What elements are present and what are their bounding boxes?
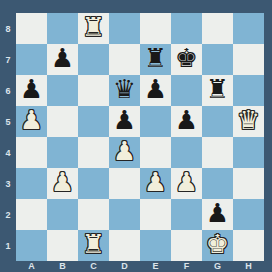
square-c4[interactable]: [78, 137, 109, 168]
square-e4[interactable]: [140, 137, 171, 168]
piece-black-queen-d6[interactable]: ♛: [113, 74, 136, 105]
square-g4[interactable]: [202, 137, 233, 168]
rank-label-7: 7: [0, 44, 16, 75]
square-a6[interactable]: ♟: [16, 75, 47, 106]
square-g8[interactable]: [202, 13, 233, 44]
square-f8[interactable]: [171, 13, 202, 44]
square-d4[interactable]: ♟: [109, 137, 140, 168]
rank-label-1: 1: [0, 230, 16, 261]
file-label-a: A: [16, 260, 47, 272]
square-d1[interactable]: [109, 230, 140, 261]
square-e7[interactable]: ♜: [140, 44, 171, 75]
piece-black-pawn-a6[interactable]: ♟: [20, 74, 43, 105]
file-label-e: E: [140, 260, 171, 272]
piece-white-rook-c1[interactable]: ♜: [82, 229, 105, 260]
piece-white-pawn-a5[interactable]: ♟: [20, 105, 43, 136]
piece-black-king-f7[interactable]: ♚: [175, 43, 198, 74]
piece-white-king-g1[interactable]: ♚: [206, 229, 229, 260]
rank-label-4: 4: [0, 137, 16, 168]
square-c6[interactable]: [78, 75, 109, 106]
piece-white-pawn-b3[interactable]: ♟: [51, 167, 74, 198]
square-g1[interactable]: ♚: [202, 230, 233, 261]
piece-white-pawn-e3[interactable]: ♟: [144, 167, 167, 198]
chess-board: ♜♟♜♚♟♛♟♜♟♟♟♛♟♟♟♟♟♜♚: [16, 13, 264, 261]
file-label-c: C: [78, 260, 109, 272]
square-g7[interactable]: [202, 44, 233, 75]
square-d2[interactable]: [109, 199, 140, 230]
square-c8[interactable]: ♜: [78, 13, 109, 44]
square-e2[interactable]: [140, 199, 171, 230]
square-h2[interactable]: [233, 199, 264, 230]
piece-black-pawn-f5[interactable]: ♟: [175, 105, 198, 136]
rank-label-5: 5: [0, 106, 16, 137]
square-d8[interactable]: [109, 13, 140, 44]
square-c1[interactable]: ♜: [78, 230, 109, 261]
square-e5[interactable]: [140, 106, 171, 137]
square-a3[interactable]: [16, 168, 47, 199]
square-b1[interactable]: [47, 230, 78, 261]
square-b4[interactable]: [47, 137, 78, 168]
rank-label-8: 8: [0, 13, 16, 44]
rank-label-2: 2: [0, 199, 16, 230]
square-g3[interactable]: [202, 168, 233, 199]
piece-white-rook-c8[interactable]: ♜: [82, 12, 105, 43]
square-b6[interactable]: [47, 75, 78, 106]
square-a7[interactable]: [16, 44, 47, 75]
square-h6[interactable]: [233, 75, 264, 106]
square-e3[interactable]: ♟: [140, 168, 171, 199]
file-labels: ABCDEFGH: [16, 260, 264, 272]
file-label-h: H: [233, 260, 264, 272]
square-f1[interactable]: [171, 230, 202, 261]
square-a8[interactable]: [16, 13, 47, 44]
file-label-b: B: [47, 260, 78, 272]
square-h1[interactable]: [233, 230, 264, 261]
square-h8[interactable]: [233, 13, 264, 44]
piece-black-rook-g6[interactable]: ♜: [206, 74, 229, 105]
square-e6[interactable]: ♟: [140, 75, 171, 106]
square-f6[interactable]: [171, 75, 202, 106]
piece-white-pawn-d4[interactable]: ♟: [113, 136, 136, 167]
square-c2[interactable]: [78, 199, 109, 230]
square-h3[interactable]: [233, 168, 264, 199]
square-d3[interactable]: [109, 168, 140, 199]
square-b3[interactable]: ♟: [47, 168, 78, 199]
square-g2[interactable]: ♟: [202, 199, 233, 230]
file-label-g: G: [202, 260, 233, 272]
square-g6[interactable]: ♜: [202, 75, 233, 106]
piece-black-pawn-g2[interactable]: ♟: [206, 198, 229, 229]
square-h5[interactable]: ♛: [233, 106, 264, 137]
square-a5[interactable]: ♟: [16, 106, 47, 137]
square-d5[interactable]: ♟: [109, 106, 140, 137]
piece-black-pawn-e6[interactable]: ♟: [144, 74, 167, 105]
file-label-d: D: [109, 260, 140, 272]
square-a1[interactable]: [16, 230, 47, 261]
square-b8[interactable]: [47, 13, 78, 44]
square-b5[interactable]: [47, 106, 78, 137]
square-c3[interactable]: [78, 168, 109, 199]
square-f2[interactable]: [171, 199, 202, 230]
piece-white-queen-h5[interactable]: ♛: [237, 105, 260, 136]
piece-white-pawn-f3[interactable]: ♟: [175, 167, 198, 198]
square-e8[interactable]: [140, 13, 171, 44]
square-h7[interactable]: [233, 44, 264, 75]
square-b7[interactable]: ♟: [47, 44, 78, 75]
square-c7[interactable]: [78, 44, 109, 75]
rank-label-3: 3: [0, 168, 16, 199]
square-f3[interactable]: ♟: [171, 168, 202, 199]
square-h4[interactable]: [233, 137, 264, 168]
square-f7[interactable]: ♚: [171, 44, 202, 75]
piece-black-pawn-b7[interactable]: ♟: [51, 43, 74, 74]
square-a2[interactable]: [16, 199, 47, 230]
square-b2[interactable]: [47, 199, 78, 230]
square-d7[interactable]: [109, 44, 140, 75]
rank-label-6: 6: [0, 75, 16, 106]
piece-black-pawn-d5[interactable]: ♟: [113, 105, 136, 136]
square-c5[interactable]: [78, 106, 109, 137]
square-g5[interactable]: [202, 106, 233, 137]
square-f5[interactable]: ♟: [171, 106, 202, 137]
square-e1[interactable]: [140, 230, 171, 261]
piece-black-rook-e7[interactable]: ♜: [144, 43, 167, 74]
square-a4[interactable]: [16, 137, 47, 168]
square-d6[interactable]: ♛: [109, 75, 140, 106]
rank-labels: 87654321: [0, 13, 16, 261]
chess-board-frame: 87654321 ♜♟♜♚♟♛♟♜♟♟♟♛♟♟♟♟♟♜♚ ABCDEFGH: [0, 0, 272, 272]
square-f4[interactable]: [171, 137, 202, 168]
file-label-f: F: [171, 260, 202, 272]
